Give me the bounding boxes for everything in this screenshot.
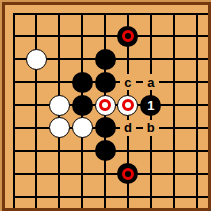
- grid-line-horizontal: [13, 173, 209, 175]
- red-circle-mark-icon: [122, 30, 134, 42]
- point-label-b: b: [143, 120, 159, 136]
- stone-white-circled: [95, 95, 116, 116]
- move-number: 1: [147, 99, 154, 112]
- grid-line-horizontal: [13, 35, 209, 37]
- stone-black: [95, 140, 116, 161]
- stone-black: [95, 49, 116, 70]
- stone-black-circled: [117, 163, 138, 184]
- stone-white: [72, 117, 93, 138]
- grid-line-horizontal: [13, 196, 209, 198]
- point-label-d: d: [120, 120, 136, 136]
- go-board: ca1db: [2, 2, 211, 211]
- stone-white: [26, 49, 47, 70]
- red-circle-mark-icon: [99, 99, 111, 111]
- point-label-a: a: [143, 74, 159, 90]
- stone-black-circled: [117, 26, 138, 47]
- stone-white-circled: [117, 95, 138, 116]
- stone-black-move-1: 1: [140, 95, 161, 116]
- stone-black: [95, 117, 116, 138]
- red-circle-mark-icon: [122, 168, 134, 180]
- grid-line-horizontal: [13, 13, 209, 15]
- stone-white: [49, 95, 70, 116]
- stone-black: [72, 72, 93, 93]
- grid-line-vertical: [35, 13, 37, 209]
- grid-line-vertical: [173, 13, 175, 209]
- stone-white: [49, 117, 70, 138]
- point-label-c: c: [120, 74, 136, 90]
- grid-line-vertical: [13, 13, 15, 209]
- go-diagram: ca1db: [0, 0, 211, 211]
- stone-black: [95, 72, 116, 93]
- red-circle-mark-icon: [122, 99, 134, 111]
- stone-black: [72, 95, 93, 116]
- grid-line-vertical: [196, 13, 198, 209]
